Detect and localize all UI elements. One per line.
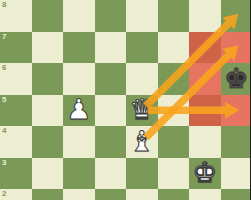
square-g5[interactable] xyxy=(189,95,221,127)
square-c3[interactable] xyxy=(63,158,95,190)
square-d2[interactable] xyxy=(95,189,127,200)
square-f7[interactable] xyxy=(158,32,190,64)
piece-white-king-g3[interactable]: ♚ xyxy=(189,158,221,190)
square-b4[interactable] xyxy=(32,126,64,158)
square-e6[interactable] xyxy=(126,63,158,95)
square-a3[interactable]: 3 xyxy=(0,158,32,190)
rank-label-8: 8 xyxy=(2,1,6,9)
square-f8[interactable] xyxy=(158,0,190,32)
square-a4[interactable]: 4 xyxy=(0,126,32,158)
square-g2[interactable] xyxy=(189,189,221,200)
square-c2[interactable] xyxy=(63,189,95,200)
chess-board-viewport: 87654321 ♟♛♝♚♚ xyxy=(0,0,250,200)
square-d3[interactable] xyxy=(95,158,127,190)
rank-label-3: 3 xyxy=(2,159,6,167)
square-f2[interactable] xyxy=(158,189,190,200)
square-a7[interactable]: 7 xyxy=(0,32,32,64)
rank-label-5: 5 xyxy=(2,96,6,104)
square-g7[interactable] xyxy=(189,32,221,64)
danger-highlight-g6 xyxy=(189,63,221,95)
square-c6[interactable] xyxy=(63,63,95,95)
square-f6[interactable] xyxy=(158,63,190,95)
square-h2[interactable] xyxy=(221,189,251,200)
square-g8[interactable] xyxy=(189,0,221,32)
square-a6[interactable]: 6 xyxy=(0,63,32,95)
rank-label-2: 2 xyxy=(2,190,6,198)
square-d4[interactable] xyxy=(95,126,127,158)
square-e3[interactable] xyxy=(126,158,158,190)
danger-highlight-g5 xyxy=(189,95,221,127)
danger-highlight-h5 xyxy=(221,95,251,127)
piece-white-queen-e5[interactable]: ♛ xyxy=(126,95,158,127)
piece-white-pawn-c5[interactable]: ♟ xyxy=(63,95,95,127)
square-c7[interactable] xyxy=(63,32,95,64)
square-h5[interactable] xyxy=(221,95,251,127)
square-g6[interactable] xyxy=(189,63,221,95)
danger-highlight-h7 xyxy=(221,32,251,64)
square-c8[interactable] xyxy=(63,0,95,32)
square-b5[interactable] xyxy=(32,95,64,127)
square-h3[interactable] xyxy=(221,158,251,190)
square-f4[interactable] xyxy=(158,126,190,158)
square-c4[interactable] xyxy=(63,126,95,158)
square-b7[interactable] xyxy=(32,32,64,64)
square-e8[interactable] xyxy=(126,0,158,32)
square-f3[interactable] xyxy=(158,158,190,190)
square-b6[interactable] xyxy=(32,63,64,95)
square-e2[interactable] xyxy=(126,189,158,200)
square-e7[interactable] xyxy=(126,32,158,64)
square-f5[interactable] xyxy=(158,95,190,127)
square-a8[interactable]: 8 xyxy=(0,0,32,32)
square-d5[interactable] xyxy=(95,95,127,127)
rank-label-7: 7 xyxy=(2,33,6,41)
rank-label-6: 6 xyxy=(2,64,6,72)
piece-white-bishop-e4[interactable]: ♝ xyxy=(126,126,158,158)
square-b2[interactable] xyxy=(32,189,64,200)
square-g4[interactable] xyxy=(189,126,221,158)
square-b8[interactable] xyxy=(32,0,64,32)
square-a2[interactable]: 2 xyxy=(0,189,32,200)
square-a5[interactable]: 5 xyxy=(0,95,32,127)
danger-highlight-g7 xyxy=(189,32,221,64)
square-b3[interactable] xyxy=(32,158,64,190)
rank-label-4: 4 xyxy=(2,127,6,135)
square-d8[interactable] xyxy=(95,0,127,32)
piece-black-king-h6[interactable]: ♚ xyxy=(221,63,251,95)
square-h7[interactable] xyxy=(221,32,251,64)
square-h8[interactable] xyxy=(221,0,251,32)
square-h4[interactable] xyxy=(221,126,251,158)
square-d6[interactable] xyxy=(95,63,127,95)
square-d7[interactable] xyxy=(95,32,127,64)
